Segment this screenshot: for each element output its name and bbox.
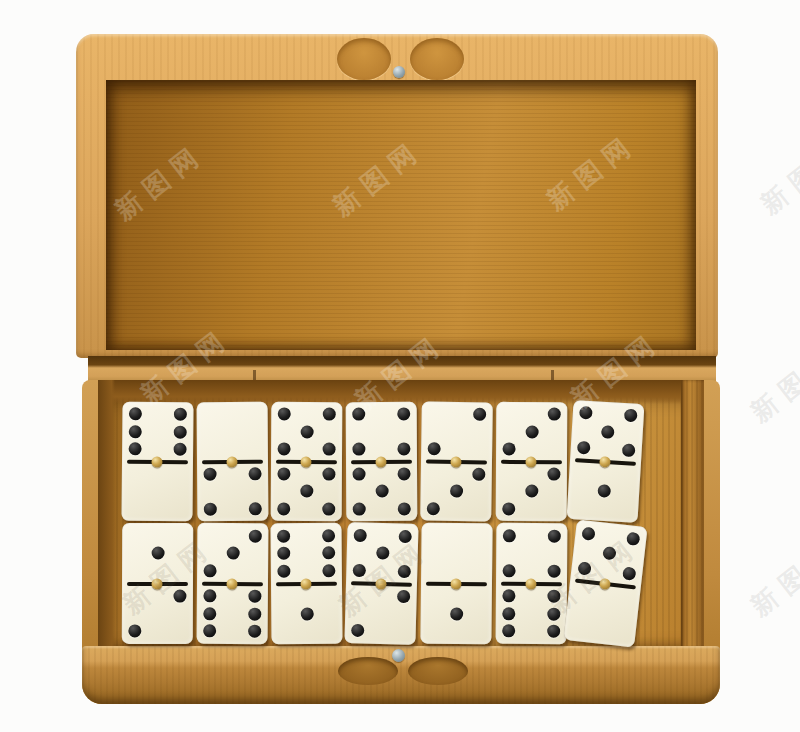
pip: [173, 425, 186, 438]
domino-half-top: [570, 519, 647, 587]
pip: [129, 425, 142, 438]
pip: [397, 442, 410, 455]
pip: [502, 625, 515, 638]
domino-half-bottom: [495, 583, 566, 644]
pip: [578, 441, 592, 455]
pip: [502, 590, 515, 603]
pip: [353, 564, 366, 577]
divider-line: [500, 581, 561, 585]
spinner-pin: [152, 578, 163, 589]
pip: [353, 468, 366, 481]
domino-half-top: [346, 522, 419, 584]
pip: [524, 485, 537, 498]
pip: [397, 467, 410, 480]
divider-line: [276, 581, 337, 586]
domino-tile-3-6[interactable]: [196, 523, 268, 644]
divider-line: [351, 459, 412, 463]
domino-half-top: [122, 523, 193, 584]
pip: [248, 467, 261, 480]
pip: [203, 607, 216, 620]
spinner-pin: [451, 456, 462, 467]
pip: [375, 485, 388, 498]
pip: [322, 529, 335, 542]
spinner-pin: [227, 456, 238, 467]
domino-tile-4-5[interactable]: [346, 402, 418, 521]
pip: [376, 547, 389, 560]
pip: [427, 502, 440, 515]
pip: [323, 408, 336, 421]
domino-tile-5-1[interactable]: [567, 400, 645, 523]
pip: [503, 564, 516, 577]
pip: [247, 625, 260, 638]
pip: [525, 425, 538, 438]
pip: [397, 408, 410, 421]
spinner-pin: [227, 578, 238, 589]
domino-tile-1-2[interactable]: [122, 523, 193, 644]
domino-tile-5-2[interactable]: [345, 522, 419, 645]
divider-line: [127, 459, 188, 464]
pip: [129, 408, 142, 421]
domino-half-top: [271, 402, 342, 462]
pip: [204, 502, 217, 515]
pip: [622, 443, 636, 457]
pip: [129, 442, 142, 455]
domino-half-bottom: [121, 461, 193, 521]
pip: [397, 502, 410, 515]
pip: [322, 443, 335, 456]
pip: [204, 468, 217, 481]
pip: [322, 502, 335, 515]
pip: [278, 502, 291, 515]
domino-half-bottom: [495, 461, 566, 521]
domino-tile-0-4[interactable]: [196, 402, 268, 521]
domino-tile-3-3[interactable]: [495, 402, 567, 521]
pip: [278, 442, 291, 455]
pip: [300, 485, 313, 498]
pip: [248, 502, 261, 515]
pip: [301, 425, 314, 438]
pip: [547, 564, 560, 577]
pip: [322, 564, 335, 577]
divider-line: [426, 581, 487, 586]
pip: [129, 625, 142, 638]
pip: [502, 607, 515, 620]
pip: [278, 529, 291, 542]
pip: [204, 564, 217, 577]
pip: [398, 530, 411, 543]
pip: [449, 485, 462, 498]
domino-half-bottom: [567, 459, 641, 523]
pip: [546, 468, 559, 481]
pip: [602, 546, 616, 560]
domino-tile-6-1[interactable]: [271, 523, 343, 645]
pip: [503, 529, 516, 542]
pip: [248, 590, 261, 603]
pip: [279, 408, 292, 421]
pip: [248, 529, 261, 542]
domino-half-top: [271, 523, 343, 584]
pip: [597, 484, 611, 498]
domino-half-bottom: [197, 461, 268, 521]
pip: [322, 547, 335, 560]
domino-half-bottom: [122, 583, 193, 644]
pip: [578, 561, 592, 575]
domino-half-top: [421, 402, 493, 462]
tiles-layer: [0, 0, 800, 732]
pip: [472, 408, 485, 421]
domino-half-bottom: [271, 461, 342, 521]
domino-half-top: [421, 523, 493, 584]
domino-half-bottom: [345, 583, 418, 645]
pip: [173, 590, 186, 603]
pip: [547, 529, 560, 542]
pip: [278, 564, 291, 577]
pip: [580, 406, 594, 420]
domino-half-bottom: [420, 461, 492, 521]
spinner-pin: [451, 578, 462, 589]
domino-half-bottom: [196, 583, 267, 644]
pip: [301, 607, 314, 620]
domino-tile-4-6[interactable]: [495, 523, 567, 644]
pip: [173, 408, 186, 421]
pip: [151, 547, 164, 560]
pip: [397, 565, 410, 578]
pip: [601, 425, 615, 439]
pip: [278, 467, 291, 480]
domino-half-top: [496, 402, 567, 462]
domino-half-bottom: [420, 583, 492, 644]
pip: [278, 547, 291, 560]
pip: [502, 502, 515, 515]
domino-half-top: [197, 523, 268, 584]
pip: [226, 547, 239, 560]
pip: [624, 409, 638, 423]
pip: [449, 607, 462, 620]
domino-half-bottom: [346, 461, 417, 521]
domino-tile-6-0[interactable]: [121, 402, 193, 522]
domino-half-top: [196, 402, 267, 462]
pip: [472, 468, 485, 481]
pip: [354, 528, 367, 541]
pip: [503, 442, 516, 455]
domino-tile-2-3[interactable]: [420, 402, 493, 522]
domino-half-top: [570, 400, 644, 464]
pip: [353, 502, 366, 515]
pip: [352, 624, 365, 637]
pip: [546, 590, 559, 603]
pip: [353, 408, 366, 421]
spinner-pin: [525, 578, 536, 589]
domino-tile-5-5[interactable]: [271, 402, 343, 521]
spinner-pin: [525, 456, 536, 467]
pip: [626, 531, 640, 545]
divider-line: [500, 459, 561, 463]
dominoes-box-photo: 新图网新图网新图网新图网新图网新图网新图网新图网新图网新图网新图网新图网: [0, 0, 800, 732]
spinner-pin: [152, 456, 163, 467]
pip: [428, 442, 441, 455]
pip: [547, 408, 560, 421]
divider-line: [426, 459, 487, 464]
pip: [353, 443, 366, 456]
domino-half-bottom: [564, 579, 641, 647]
pip: [203, 625, 216, 638]
domino-tile-0-1[interactable]: [420, 523, 492, 645]
divider-line: [202, 581, 263, 585]
pip: [204, 590, 217, 603]
pip: [546, 625, 559, 638]
divider-line: [127, 581, 188, 585]
pip: [173, 443, 186, 456]
pip: [322, 468, 335, 481]
pip: [622, 566, 636, 580]
domino-half-top: [496, 523, 567, 584]
domino-half-top: [122, 402, 194, 462]
pip: [247, 607, 260, 620]
domino-tile-5-0[interactable]: [564, 519, 648, 647]
divider-line: [202, 459, 263, 463]
pip: [546, 607, 559, 620]
domino-half-top: [346, 402, 417, 462]
domino-half-bottom: [271, 583, 343, 644]
pip: [582, 526, 596, 540]
divider-line: [276, 459, 337, 463]
pip: [397, 590, 410, 603]
